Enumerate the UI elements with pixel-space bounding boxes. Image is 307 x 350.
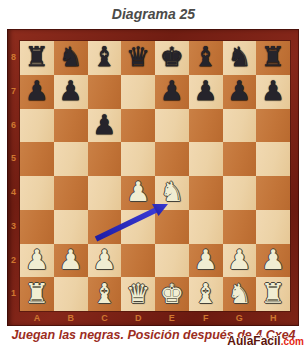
file-label-f: F: [189, 311, 223, 326]
square-h7: ♟: [256, 75, 290, 109]
white-knight-e4: ♞: [160, 178, 184, 205]
white-rook-a1: ♜: [25, 280, 49, 307]
black-knight-g8: ♞: [227, 43, 251, 70]
black-pawn-b7: ♟: [59, 77, 83, 104]
square-g6: [223, 109, 257, 143]
square-d2: [121, 244, 155, 278]
white-rook-h1: ♜: [261, 280, 285, 307]
square-d3: [121, 210, 155, 244]
square-g5: [223, 142, 257, 176]
square-h3: [256, 210, 290, 244]
file-label-g: G: [223, 311, 257, 326]
black-pawn-e7: ♟: [160, 77, 184, 104]
file-label-b: B: [54, 311, 88, 326]
square-g1: ♞: [223, 277, 257, 311]
board-grid: ♜♞♝♛♚♝♞♜♟♟♟♟♟♟♟♟♞♟♟♟♟♟♟♜♝♛♚♝♞♜: [20, 41, 290, 311]
square-a2: ♟: [20, 244, 54, 278]
black-pawn-a7: ♟: [25, 77, 49, 104]
square-d8: ♛: [121, 41, 155, 75]
square-f6: [189, 109, 223, 143]
square-b8: ♞: [54, 41, 88, 75]
square-e1: ♚: [155, 277, 189, 311]
square-f2: ♟: [189, 244, 223, 278]
square-b2: ♟: [54, 244, 88, 278]
file-label-a: A: [20, 311, 54, 326]
white-bishop-f1: ♝: [194, 280, 218, 307]
file-label-c: C: [88, 311, 122, 326]
square-e8: ♚: [155, 41, 189, 75]
square-a4: [20, 176, 54, 210]
white-king-e1: ♚: [160, 280, 184, 307]
square-b1: [54, 277, 88, 311]
black-king-e8: ♚: [160, 43, 184, 70]
square-e5: [155, 142, 189, 176]
square-f5: [189, 142, 223, 176]
square-a6: [20, 109, 54, 143]
square-b4: [54, 176, 88, 210]
white-bishop-c1: ♝: [92, 280, 116, 307]
square-g2: ♟: [223, 244, 257, 278]
rank-label-4: 4: [7, 176, 20, 210]
white-pawn-c2: ♟: [92, 246, 116, 273]
square-b6: [54, 109, 88, 143]
square-e2: [155, 244, 189, 278]
square-a8: ♜: [20, 41, 54, 75]
rank-label-7: 7: [7, 75, 20, 109]
square-g7: ♟: [223, 75, 257, 109]
square-e7: ♟: [155, 75, 189, 109]
black-pawn-f7: ♟: [194, 77, 218, 104]
square-a1: ♜: [20, 277, 54, 311]
square-b7: ♟: [54, 75, 88, 109]
white-queen-d1: ♛: [126, 280, 150, 307]
black-pawn-c6: ♟: [92, 111, 116, 138]
white-pawn-g2: ♟: [227, 246, 251, 273]
square-e6: [155, 109, 189, 143]
square-c3: [88, 210, 122, 244]
black-knight-b8: ♞: [59, 43, 83, 70]
square-d1: ♛: [121, 277, 155, 311]
square-a7: ♟: [20, 75, 54, 109]
square-g4: [223, 176, 257, 210]
watermark-brand: AulaFacil: [227, 334, 280, 348]
rank-label-8: 8: [7, 41, 20, 75]
rank-label-5: 5: [7, 142, 20, 176]
white-pawn-h2: ♟: [261, 246, 285, 273]
white-pawn-f2: ♟: [194, 246, 218, 273]
diagram-title: Diagrama 25: [0, 6, 307, 22]
white-pawn-b2: ♟: [59, 246, 83, 273]
black-pawn-h7: ♟: [261, 77, 285, 104]
square-a3: [20, 210, 54, 244]
rank-label-3: 3: [7, 210, 20, 244]
rank-label-6: 6: [7, 109, 20, 143]
square-c4: [88, 176, 122, 210]
square-b3: [54, 210, 88, 244]
square-h1: ♜: [256, 277, 290, 311]
white-knight-g1: ♞: [227, 280, 251, 307]
file-label-e: E: [155, 311, 189, 326]
white-pawn-d4: ♟: [126, 178, 150, 205]
square-c8: ♝: [88, 41, 122, 75]
watermark: AulaFacil.com: [227, 331, 304, 349]
square-h5: [256, 142, 290, 176]
square-d5: [121, 142, 155, 176]
square-h4: [256, 176, 290, 210]
file-label-d: D: [121, 311, 155, 326]
black-bishop-f8: ♝: [194, 43, 218, 70]
square-c6: ♟: [88, 109, 122, 143]
white-pawn-a2: ♟: [25, 246, 49, 273]
black-pawn-g7: ♟: [227, 77, 251, 104]
square-c7: [88, 75, 122, 109]
black-rook-a8: ♜: [25, 43, 49, 70]
square-h8: ♜: [256, 41, 290, 75]
square-a5: [20, 142, 54, 176]
square-e3: [155, 210, 189, 244]
chess-board: 87654321 ♜♞♝♛♚♝♞♜♟♟♟♟♟♟♟♟♞♟♟♟♟♟♟♜♝♛♚♝♞♜ …: [7, 29, 299, 326]
square-b5: [54, 142, 88, 176]
square-g8: ♞: [223, 41, 257, 75]
square-d4: ♟: [121, 176, 155, 210]
square-c1: ♝: [88, 277, 122, 311]
square-f7: ♟: [189, 75, 223, 109]
square-h2: ♟: [256, 244, 290, 278]
black-bishop-c8: ♝: [92, 43, 116, 70]
chess-diagram-page: Diagrama 25 87654321 ♜♞♝♛♚♝♞♜♟♟♟♟♟♟♟♟♞♟♟…: [0, 0, 307, 350]
watermark-tld: .com: [281, 336, 304, 347]
square-e4: ♞: [155, 176, 189, 210]
rank-label-1: 1: [7, 277, 20, 311]
square-c2: ♟: [88, 244, 122, 278]
square-d6: [121, 109, 155, 143]
black-rook-h8: ♜: [261, 43, 285, 70]
square-h6: [256, 109, 290, 143]
square-d7: [121, 75, 155, 109]
black-queen-d8: ♛: [126, 43, 150, 70]
square-c5: [88, 142, 122, 176]
rank-label-2: 2: [7, 244, 20, 278]
square-f4: [189, 176, 223, 210]
square-f3: [189, 210, 223, 244]
file-labels: ABCDEFGH: [20, 311, 290, 326]
square-g3: [223, 210, 257, 244]
rank-labels: 87654321: [7, 41, 20, 311]
square-f1: ♝: [189, 277, 223, 311]
file-label-h: H: [256, 311, 290, 326]
square-f8: ♝: [189, 41, 223, 75]
